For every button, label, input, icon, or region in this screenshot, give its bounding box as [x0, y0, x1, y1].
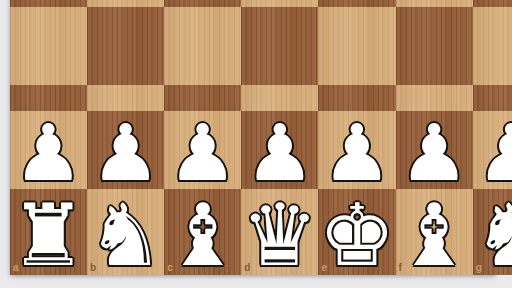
square-e1[interactable]: ♚e — [318, 189, 395, 275]
square-b4[interactable] — [87, 7, 164, 85]
square-g4[interactable] — [473, 7, 512, 85]
square-f2[interactable]: ♟ — [396, 111, 473, 189]
piece-white-king[interactable]: ♚ — [318, 192, 395, 278]
piece-white-pawn[interactable]: ♟ — [476, 114, 512, 192]
piece-white-queen[interactable]: ♛ — [241, 192, 318, 278]
square-f1[interactable]: ♝f — [396, 189, 473, 275]
piece-white-knight[interactable]: ♞ — [473, 192, 512, 278]
square-b5[interactable] — [87, 0, 164, 7]
square-d1[interactable]: ♛d — [241, 189, 318, 275]
piece-white-bishop[interactable]: ♝ — [396, 192, 473, 278]
square-e5[interactable] — [318, 0, 395, 7]
square-a4[interactable] — [10, 7, 87, 85]
square-g5[interactable] — [473, 0, 512, 7]
square-c4[interactable] — [164, 7, 241, 85]
piece-white-pawn[interactable]: ♟ — [322, 114, 392, 192]
square-f5[interactable] — [396, 0, 473, 7]
square-c2[interactable]: ♟ — [164, 111, 241, 189]
square-a5[interactable] — [10, 0, 87, 7]
piece-white-pawn[interactable]: ♟ — [399, 114, 469, 192]
chess-board: ♜♞♝♛♚♝♞♜8♟♟♟♟♟♟♟♟765♟43♟♟♟♟♟♟♟2♜a♞b♝c♛d♚… — [10, 0, 495, 275]
piece-white-pawn[interactable]: ♟ — [168, 114, 238, 192]
square-g1[interactable]: ♞g — [473, 189, 512, 275]
piece-white-knight[interactable]: ♞ — [87, 192, 164, 278]
square-c5[interactable] — [164, 0, 241, 7]
piece-white-pawn[interactable]: ♟ — [14, 114, 84, 192]
square-b1[interactable]: ♞b — [87, 189, 164, 275]
square-g2[interactable]: ♟ — [473, 111, 512, 189]
square-e4[interactable] — [318, 7, 395, 85]
piece-white-rook[interactable]: ♜ — [10, 192, 87, 278]
square-c1[interactable]: ♝c — [164, 189, 241, 275]
piece-white-bishop[interactable]: ♝ — [164, 192, 241, 278]
square-a2[interactable]: ♟ — [10, 111, 87, 189]
square-d2[interactable]: ♟ — [241, 111, 318, 189]
piece-white-pawn[interactable]: ♟ — [245, 114, 315, 192]
piece-white-pawn[interactable]: ♟ — [91, 114, 161, 192]
square-e2[interactable]: ♟ — [318, 111, 395, 189]
chess-board-viewport: ♜♞♝♛♚♝♞♜8♟♟♟♟♟♟♟♟765♟43♟♟♟♟♟♟♟2♜a♞b♝c♛d♚… — [0, 0, 512, 288]
square-d5[interactable] — [241, 0, 318, 7]
square-f4[interactable] — [396, 7, 473, 85]
square-b2[interactable]: ♟ — [87, 111, 164, 189]
square-d4[interactable] — [241, 7, 318, 85]
square-a1[interactable]: ♜a — [10, 189, 87, 275]
